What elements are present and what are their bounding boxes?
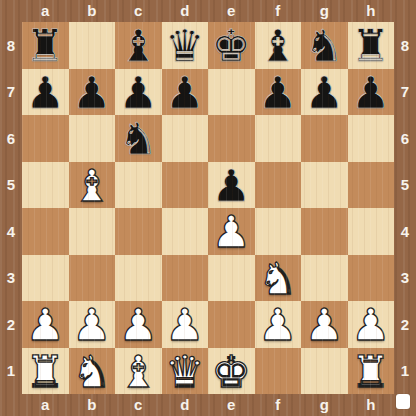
piece-white-rook[interactable]: ♜: [26, 350, 65, 394]
square-e6[interactable]: [208, 115, 255, 162]
square-e7[interactable]: [208, 69, 255, 116]
file-label-top-e: e: [208, 0, 255, 22]
square-g8[interactable]: ♞: [301, 22, 348, 69]
file-label-bottom-c: c: [115, 394, 162, 416]
file-label-bottom-e: e: [208, 394, 255, 416]
chess-board-frame: abcdefgh 87654321 ♜♝♛♚♝♞♜♟♟♟♟♟♟♟♞♝♟♟♞♟♟♟…: [0, 0, 416, 416]
square-g5[interactable]: [301, 162, 348, 209]
square-c7[interactable]: ♟: [115, 69, 162, 116]
square-a6[interactable]: [22, 115, 69, 162]
square-e8[interactable]: ♚: [208, 22, 255, 69]
piece-black-pawn[interactable]: ♟: [26, 71, 65, 115]
file-label-bottom-g: g: [301, 394, 348, 416]
piece-white-pawn[interactable]: ♟: [26, 303, 65, 347]
square-c1[interactable]: ♝: [115, 348, 162, 395]
file-label-bottom-a: a: [22, 394, 69, 416]
square-f5[interactable]: [255, 162, 302, 209]
rank-label-right-8: 8: [394, 22, 416, 69]
piece-white-pawn[interactable]: ♟: [258, 303, 297, 347]
piece-white-bishop[interactable]: ♝: [72, 164, 111, 208]
file-labels-bottom: abcdefgh: [22, 394, 394, 416]
piece-black-king[interactable]: ♚: [212, 24, 251, 68]
square-f6[interactable]: [255, 115, 302, 162]
square-b2[interactable]: ♟: [69, 301, 116, 348]
rank-label-right-1: 1: [394, 348, 416, 395]
piece-white-pawn[interactable]: ♟: [119, 303, 158, 347]
piece-white-pawn[interactable]: ♟: [165, 303, 204, 347]
square-a2[interactable]: ♟: [22, 301, 69, 348]
file-label-bottom-b: b: [69, 394, 116, 416]
piece-black-pawn[interactable]: ♟: [212, 164, 251, 208]
file-label-top-d: d: [162, 0, 209, 22]
square-b7[interactable]: ♟: [69, 69, 116, 116]
file-label-bottom-d: d: [162, 394, 209, 416]
rank-label-right-4: 4: [394, 208, 416, 255]
square-b5[interactable]: ♝: [69, 162, 116, 209]
square-a4[interactable]: [22, 208, 69, 255]
square-c6[interactable]: ♞: [115, 115, 162, 162]
corner-badge[interactable]: [396, 394, 410, 409]
file-label-top-a: a: [22, 0, 69, 22]
square-c2[interactable]: ♟: [115, 301, 162, 348]
file-label-top-h: h: [348, 0, 395, 22]
rank-label-left-5: 5: [0, 162, 22, 209]
piece-black-pawn[interactable]: ♟: [258, 71, 297, 115]
square-g3[interactable]: [301, 255, 348, 302]
square-h1[interactable]: ♜: [348, 348, 395, 395]
square-b4[interactable]: [69, 208, 116, 255]
square-h2[interactable]: ♟: [348, 301, 395, 348]
square-f4[interactable]: [255, 208, 302, 255]
square-e4[interactable]: ♟: [208, 208, 255, 255]
rank-label-left-3: 3: [0, 255, 22, 302]
rank-label-left-1: 1: [0, 348, 22, 395]
piece-black-bishop[interactable]: ♝: [258, 24, 297, 68]
square-d5[interactable]: [162, 162, 209, 209]
piece-black-rook[interactable]: ♜: [26, 24, 65, 68]
piece-black-rook[interactable]: ♜: [351, 24, 390, 68]
square-a7[interactable]: ♟: [22, 69, 69, 116]
square-d7[interactable]: ♟: [162, 69, 209, 116]
piece-black-queen[interactable]: ♛: [165, 24, 204, 68]
piece-black-pawn[interactable]: ♟: [72, 71, 111, 115]
rank-label-left-8: 8: [0, 22, 22, 69]
square-d1[interactable]: ♛: [162, 348, 209, 395]
square-f3[interactable]: ♞: [255, 255, 302, 302]
square-h5[interactable]: [348, 162, 395, 209]
rank-label-left-7: 7: [0, 69, 22, 116]
square-b6[interactable]: [69, 115, 116, 162]
square-b8[interactable]: [69, 22, 116, 69]
square-a3[interactable]: [22, 255, 69, 302]
file-label-top-g: g: [301, 0, 348, 22]
piece-white-queen[interactable]: ♛: [165, 350, 204, 394]
rank-label-right-7: 7: [394, 69, 416, 116]
piece-white-knight[interactable]: ♞: [258, 257, 297, 301]
file-label-top-c: c: [115, 0, 162, 22]
rank-label-right-3: 3: [394, 255, 416, 302]
rank-labels-right: 87654321: [394, 22, 416, 394]
piece-black-pawn[interactable]: ♟: [351, 71, 390, 115]
square-d3[interactable]: [162, 255, 209, 302]
piece-white-pawn[interactable]: ♟: [212, 210, 251, 254]
piece-white-knight[interactable]: ♞: [72, 350, 111, 394]
piece-black-knight[interactable]: ♞: [119, 117, 158, 161]
piece-black-bishop[interactable]: ♝: [119, 24, 158, 68]
file-label-bottom-f: f: [255, 394, 302, 416]
square-d6[interactable]: [162, 115, 209, 162]
rank-label-left-6: 6: [0, 115, 22, 162]
square-d2[interactable]: ♟: [162, 301, 209, 348]
square-b3[interactable]: [69, 255, 116, 302]
square-h8[interactable]: ♜: [348, 22, 395, 69]
square-c4[interactable]: [115, 208, 162, 255]
rank-label-right-2: 2: [394, 301, 416, 348]
piece-white-pawn[interactable]: ♟: [305, 303, 344, 347]
piece-white-pawn[interactable]: ♟: [72, 303, 111, 347]
file-label-top-b: b: [69, 0, 116, 22]
rank-label-left-4: 4: [0, 208, 22, 255]
piece-white-rook[interactable]: ♜: [351, 350, 390, 394]
rank-labels-left: 87654321: [0, 22, 22, 394]
file-label-bottom-h: h: [348, 394, 395, 416]
square-e2[interactable]: [208, 301, 255, 348]
square-g4[interactable]: [301, 208, 348, 255]
square-h4[interactable]: [348, 208, 395, 255]
square-e3[interactable]: [208, 255, 255, 302]
square-h3[interactable]: [348, 255, 395, 302]
square-f7[interactable]: ♟: [255, 69, 302, 116]
file-label-top-f: f: [255, 0, 302, 22]
square-b1[interactable]: ♞: [69, 348, 116, 395]
square-a8[interactable]: ♜: [22, 22, 69, 69]
square-d4[interactable]: [162, 208, 209, 255]
piece-black-pawn[interactable]: ♟: [119, 71, 158, 115]
square-d8[interactable]: ♛: [162, 22, 209, 69]
square-g1[interactable]: [301, 348, 348, 395]
square-f8[interactable]: ♝: [255, 22, 302, 69]
square-f2[interactable]: ♟: [255, 301, 302, 348]
square-e1[interactable]: ♚: [208, 348, 255, 395]
square-h6[interactable]: [348, 115, 395, 162]
square-g7[interactable]: ♟: [301, 69, 348, 116]
square-c3[interactable]: [115, 255, 162, 302]
rank-label-right-5: 5: [394, 162, 416, 209]
piece-black-pawn[interactable]: ♟: [305, 71, 344, 115]
piece-black-pawn[interactable]: ♟: [165, 71, 204, 115]
square-a5[interactable]: [22, 162, 69, 209]
square-a1[interactable]: ♜: [22, 348, 69, 395]
square-c8[interactable]: ♝: [115, 22, 162, 69]
square-f1[interactable]: [255, 348, 302, 395]
rank-label-left-2: 2: [0, 301, 22, 348]
piece-black-knight[interactable]: ♞: [305, 24, 344, 68]
rank-label-right-6: 6: [394, 115, 416, 162]
chess-board: ♜♝♛♚♝♞♜♟♟♟♟♟♟♟♞♝♟♟♞♟♟♟♟♟♟♟♜♞♝♛♚♜: [22, 22, 394, 394]
piece-white-bishop[interactable]: ♝: [119, 350, 158, 394]
square-g6[interactable]: [301, 115, 348, 162]
piece-white-pawn[interactable]: ♟: [351, 303, 390, 347]
piece-white-king[interactable]: ♚: [212, 350, 251, 394]
square-e5[interactable]: ♟: [208, 162, 255, 209]
square-c5[interactable]: [115, 162, 162, 209]
square-h7[interactable]: ♟: [348, 69, 395, 116]
square-g2[interactable]: ♟: [301, 301, 348, 348]
file-labels-top: abcdefgh: [22, 0, 394, 22]
